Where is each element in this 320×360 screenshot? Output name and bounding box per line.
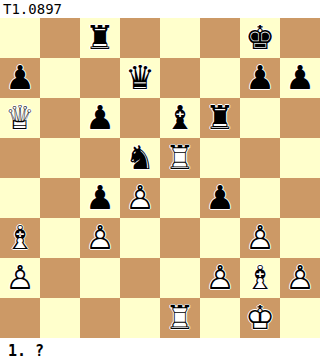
square-b8[interactable] — [40, 18, 80, 58]
square-f2[interactable]: ♟♙ — [200, 258, 240, 298]
square-b2[interactable] — [40, 258, 80, 298]
square-h5[interactable] — [280, 138, 320, 178]
square-g2[interactable]: ♝♗ — [240, 258, 280, 298]
square-h7[interactable]: ♟ — [280, 58, 320, 98]
square-g8[interactable]: ♚ — [240, 18, 280, 58]
white-pawn: ♟♙ — [0, 258, 40, 298]
square-c1[interactable] — [80, 298, 120, 338]
square-h4[interactable] — [280, 178, 320, 218]
white-pawn: ♟♙ — [280, 258, 320, 298]
square-a2[interactable]: ♟♙ — [0, 258, 40, 298]
white-pawn: ♟♙ — [240, 218, 280, 258]
black-king: ♚ — [240, 18, 280, 58]
square-e1[interactable]: ♜♖ — [160, 298, 200, 338]
square-d3[interactable] — [120, 218, 160, 258]
square-c5[interactable] — [80, 138, 120, 178]
square-c7[interactable] — [80, 58, 120, 98]
square-d4[interactable]: ♟♙ — [120, 178, 160, 218]
square-c2[interactable] — [80, 258, 120, 298]
square-e6[interactable]: ♝ — [160, 98, 200, 138]
square-d6[interactable] — [120, 98, 160, 138]
white-pawn: ♟♙ — [80, 218, 120, 258]
square-f4[interactable]: ♟ — [200, 178, 240, 218]
square-b3[interactable] — [40, 218, 80, 258]
square-f6[interactable]: ♜ — [200, 98, 240, 138]
black-queen: ♛ — [120, 58, 160, 98]
square-e2[interactable] — [160, 258, 200, 298]
square-g3[interactable]: ♟♙ — [240, 218, 280, 258]
square-a1[interactable] — [0, 298, 40, 338]
square-f3[interactable] — [200, 218, 240, 258]
square-e5[interactable]: ♜♖ — [160, 138, 200, 178]
black-pawn: ♟ — [200, 178, 240, 218]
white-queen: ♛♕ — [0, 98, 40, 138]
square-h3[interactable] — [280, 218, 320, 258]
square-f8[interactable] — [200, 18, 240, 58]
square-d8[interactable] — [120, 18, 160, 58]
square-f1[interactable] — [200, 298, 240, 338]
square-e4[interactable] — [160, 178, 200, 218]
square-c8[interactable]: ♜ — [80, 18, 120, 58]
square-e3[interactable] — [160, 218, 200, 258]
square-a6[interactable]: ♛♕ — [0, 98, 40, 138]
black-pawn: ♟ — [240, 58, 280, 98]
square-c6[interactable]: ♟ — [80, 98, 120, 138]
square-h8[interactable] — [280, 18, 320, 58]
square-b1[interactable] — [40, 298, 80, 338]
white-rook: ♜♖ — [160, 138, 200, 178]
black-pawn: ♟ — [280, 58, 320, 98]
square-f5[interactable] — [200, 138, 240, 178]
square-g5[interactable] — [240, 138, 280, 178]
white-bishop: ♝♗ — [240, 258, 280, 298]
black-rook: ♜ — [80, 18, 120, 58]
puzzle-id: T1.0897 — [0, 0, 320, 18]
square-a3[interactable]: ♝♗ — [0, 218, 40, 258]
square-b4[interactable] — [40, 178, 80, 218]
square-c3[interactable]: ♟♙ — [80, 218, 120, 258]
move-prompt: 1. ? — [0, 338, 320, 360]
square-h1[interactable] — [280, 298, 320, 338]
black-rook: ♜ — [200, 98, 240, 138]
white-pawn: ♟♙ — [200, 258, 240, 298]
black-pawn: ♟ — [80, 178, 120, 218]
white-bishop: ♝♗ — [0, 218, 40, 258]
square-a5[interactable] — [0, 138, 40, 178]
black-bishop: ♝ — [160, 98, 200, 138]
square-b6[interactable] — [40, 98, 80, 138]
square-f7[interactable] — [200, 58, 240, 98]
white-rook: ♜♖ — [160, 298, 200, 338]
square-h6[interactable] — [280, 98, 320, 138]
square-b5[interactable] — [40, 138, 80, 178]
square-a4[interactable] — [0, 178, 40, 218]
square-a7[interactable]: ♟ — [0, 58, 40, 98]
square-d1[interactable] — [120, 298, 160, 338]
square-c4[interactable]: ♟ — [80, 178, 120, 218]
square-h2[interactable]: ♟♙ — [280, 258, 320, 298]
square-a8[interactable] — [0, 18, 40, 58]
square-g7[interactable]: ♟ — [240, 58, 280, 98]
chess-diagram: T1.0897 ♜♚♟♛♟♟♛♕♟♝♜♞♜♖♟♟♙♟♝♗♟♙♟♙♟♙♟♙♝♗♟♙… — [0, 0, 320, 360]
chess-board: ♜♚♟♛♟♟♛♕♟♝♜♞♜♖♟♟♙♟♝♗♟♙♟♙♟♙♟♙♝♗♟♙♜♖♚♔ — [0, 18, 320, 338]
square-d2[interactable] — [120, 258, 160, 298]
square-g4[interactable] — [240, 178, 280, 218]
square-g6[interactable] — [240, 98, 280, 138]
square-b7[interactable] — [40, 58, 80, 98]
square-e7[interactable] — [160, 58, 200, 98]
square-d7[interactable]: ♛ — [120, 58, 160, 98]
square-e8[interactable] — [160, 18, 200, 58]
white-king: ♚♔ — [240, 298, 280, 338]
black-pawn: ♟ — [0, 58, 40, 98]
square-g1[interactable]: ♚♔ — [240, 298, 280, 338]
white-pawn: ♟♙ — [120, 178, 160, 218]
square-d5[interactable]: ♞ — [120, 138, 160, 178]
black-knight: ♞ — [120, 138, 160, 178]
black-pawn: ♟ — [80, 98, 120, 138]
